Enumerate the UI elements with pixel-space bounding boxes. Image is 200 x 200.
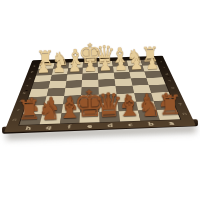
square: ♟ [98, 67, 114, 74]
file-label: f [59, 124, 80, 130]
white-pawn: ♟ [114, 57, 128, 72]
square: ♝ [119, 111, 140, 122]
square: ♟ [83, 67, 98, 74]
chess-set-photo: 12345678 12345678 ♜♞♝♚♛♝♞♜♟♟♟♟♟♟♟♟♟♟♟♟♟♟… [0, 0, 200, 200]
chess-board: 12345678 12345678 ♜♞♝♚♛♝♞♜♟♟♟♟♟♟♟♟♟♟♟♟♟♟… [4, 56, 196, 133]
black-rook: ♜ [157, 92, 182, 120]
square: ♟ [52, 68, 68, 75]
file-label: a [161, 121, 183, 126]
white-pawn: ♟ [129, 56, 143, 71]
white-pawn: ♟ [37, 60, 51, 75]
white-pawn: ♟ [68, 58, 82, 73]
file-label: b [140, 122, 162, 127]
square: ♞ [138, 110, 160, 121]
board-squares: ♜♞♝♚♛♝♞♜♟♟♟♟♟♟♟♟♟♟♟♟♟♟♟♟♜♞♝♚♛♝♞♜ [19, 59, 180, 125]
square: ♟ [113, 66, 129, 73]
white-pawn: ♟ [52, 59, 66, 74]
file-label: e [79, 124, 100, 129]
file-label: c [120, 122, 141, 127]
square: ♟ [143, 65, 160, 72]
file-label: g [38, 125, 59, 131]
square: ♜ [157, 109, 180, 120]
square: ♟ [67, 68, 83, 75]
white-pawn: ♟ [99, 57, 113, 72]
file-label: h [17, 126, 39, 132]
square: ♟ [128, 65, 145, 72]
white-pawn: ♟ [83, 58, 97, 73]
white-pawn: ♟ [145, 56, 159, 71]
file-label: d [100, 123, 121, 128]
